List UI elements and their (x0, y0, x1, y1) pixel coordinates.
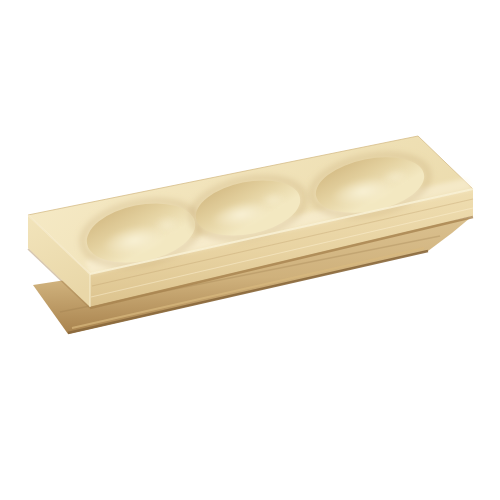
product-photo-canvas (0, 0, 500, 500)
three-pit-wooden-board-photo (0, 0, 500, 500)
